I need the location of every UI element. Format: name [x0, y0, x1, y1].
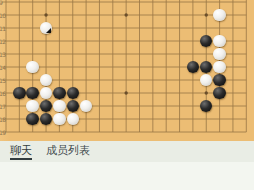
black-stone: [13, 87, 25, 99]
black-stone: [40, 100, 52, 112]
white-stone: [80, 100, 92, 112]
white-stone: [213, 35, 225, 47]
black-stone: [53, 87, 65, 99]
go-board[interactable]: 910111213141516171819: [0, 0, 254, 141]
white-stone: [213, 48, 225, 60]
white-stone: [200, 74, 212, 86]
white-stone: [67, 113, 79, 125]
black-stone: [187, 61, 199, 73]
black-stone: [26, 113, 38, 125]
black-stone: [213, 87, 225, 99]
chat-content-area: [0, 162, 254, 190]
black-stone: [67, 87, 79, 99]
white-stone: [53, 100, 65, 112]
black-stone: [200, 35, 212, 47]
white-stone: [53, 113, 65, 125]
go-app-screen: 910111213141516171819 聊天 成员列表: [0, 0, 254, 190]
black-stone: [200, 61, 212, 73]
board-intersections[interactable]: [0, 0, 253, 139]
white-stone: [40, 87, 52, 99]
black-stone: [26, 87, 38, 99]
black-stone: [213, 74, 225, 86]
white-stone: [40, 74, 52, 86]
white-stone: [40, 22, 52, 34]
black-stone: [67, 100, 79, 112]
white-stone: [26, 61, 38, 73]
black-stone: [200, 100, 212, 112]
last-move-triangle-mark: [46, 28, 51, 33]
white-stone: [26, 100, 38, 112]
bottom-tab-bar: 聊天 成员列表: [0, 141, 254, 162]
white-stone: [213, 9, 225, 21]
black-stone: [40, 113, 52, 125]
white-stone: [213, 61, 225, 73]
tab-chat[interactable]: 聊天: [10, 144, 32, 160]
tab-member-list[interactable]: 成员列表: [46, 144, 90, 160]
